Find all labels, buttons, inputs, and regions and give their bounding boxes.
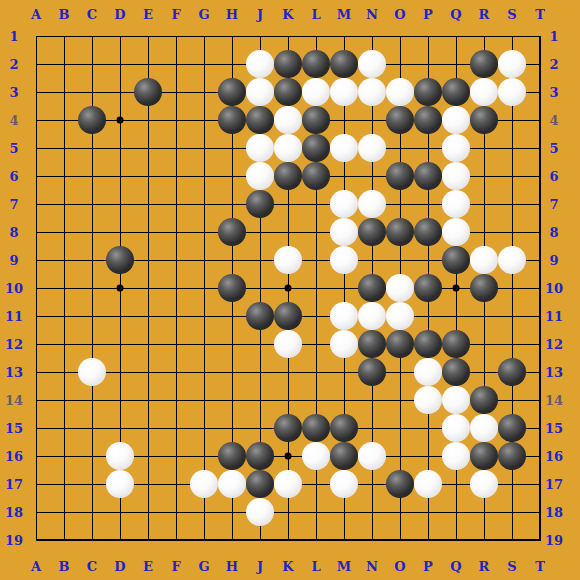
white-stone-P13 [414,358,442,386]
row-label-left-4: 4 [9,114,18,127]
row-label-right-9: 9 [549,254,558,267]
row-label-left-7: 7 [9,198,18,211]
row-label-left-14: 14 [5,394,23,407]
white-stone-M8 [330,218,358,246]
black-stone-N8 [358,218,386,246]
black-stone-C4 [78,106,106,134]
black-stone-K15 [274,414,302,442]
row-label-left-2: 2 [9,58,18,71]
row-label-left-1: 1 [9,30,18,43]
black-stone-R16 [470,442,498,470]
star-point-K10 [285,285,292,292]
white-stone-N2 [358,50,386,78]
column-label-bottom-S: S [507,560,516,573]
row-label-right-19: 19 [545,534,563,547]
black-stone-S13 [498,358,526,386]
row-label-left-5: 5 [9,142,18,155]
white-stone-Q5 [442,134,470,162]
black-stone-E3 [134,78,162,106]
white-stone-D16 [106,442,134,470]
black-stone-O6 [386,162,414,190]
row-label-right-11: 11 [545,310,563,323]
column-label-bottom-D: D [114,560,125,573]
white-stone-N11 [358,302,386,330]
row-label-right-18: 18 [545,506,563,519]
column-label-top-M: M [337,8,351,21]
column-label-top-H: H [226,8,238,21]
black-stone-P8 [414,218,442,246]
row-label-left-19: 19 [5,534,23,547]
row-label-left-13: 13 [5,366,23,379]
black-stone-L4 [302,106,330,134]
column-label-bottom-E: E [143,560,153,573]
column-label-top-L: L [311,8,320,21]
white-stone-C13 [78,358,106,386]
column-label-top-N: N [366,8,378,21]
black-stone-L5 [302,134,330,162]
white-stone-R9 [470,246,498,274]
column-label-bottom-L: L [311,560,320,573]
black-stone-O12 [386,330,414,358]
black-stone-P6 [414,162,442,190]
white-stone-P14 [414,386,442,414]
black-stone-O4 [386,106,414,134]
black-stone-H10 [218,274,246,302]
white-stone-M7 [330,190,358,218]
white-stone-J2 [246,50,274,78]
white-stone-O3 [386,78,414,106]
row-label-left-10: 10 [5,282,23,295]
column-label-bottom-O: O [394,560,405,573]
white-stone-K5 [274,134,302,162]
row-label-left-15: 15 [5,422,23,435]
row-label-left-3: 3 [9,86,18,99]
white-stone-P17 [414,470,442,498]
white-stone-Q14 [442,386,470,414]
white-stone-M12 [330,330,358,358]
column-label-top-A: A [31,8,41,21]
black-stone-J7 [246,190,274,218]
black-stone-D9 [106,246,134,274]
white-stone-J3 [246,78,274,106]
black-stone-K11 [274,302,302,330]
column-label-bottom-G: G [198,560,209,573]
white-stone-D17 [106,470,134,498]
black-stone-H16 [218,442,246,470]
row-label-left-11: 11 [5,310,23,323]
black-stone-R4 [470,106,498,134]
column-label-bottom-C: C [87,560,97,573]
row-label-right-4: 4 [549,114,558,127]
row-label-right-1: 1 [549,30,558,43]
white-stone-R17 [470,470,498,498]
white-stone-Q15 [442,414,470,442]
black-stone-P3 [414,78,442,106]
row-label-right-7: 7 [549,198,558,211]
column-label-top-G: G [198,8,209,21]
white-stone-O11 [386,302,414,330]
black-stone-H8 [218,218,246,246]
row-label-right-6: 6 [549,170,558,183]
row-label-left-18: 18 [5,506,23,519]
star-point-D10 [117,285,124,292]
row-label-right-2: 2 [549,58,558,71]
row-label-left-12: 12 [5,338,23,351]
row-label-right-8: 8 [549,226,558,239]
black-stone-N10 [358,274,386,302]
white-stone-J18 [246,498,274,526]
black-stone-Q13 [442,358,470,386]
row-label-right-14: 14 [545,394,563,407]
white-stone-J6 [246,162,274,190]
black-stone-J4 [246,106,274,134]
white-stone-Q7 [442,190,470,218]
white-stone-S3 [498,78,526,106]
column-label-top-T: T [535,8,545,21]
black-stone-P10 [414,274,442,302]
column-label-bottom-T: T [535,560,545,573]
column-label-top-O: O [394,8,405,21]
column-label-bottom-M: M [337,560,351,573]
column-label-bottom-B: B [59,560,70,573]
white-stone-O10 [386,274,414,302]
white-stone-N16 [358,442,386,470]
white-stone-R15 [470,414,498,442]
white-stone-N7 [358,190,386,218]
black-stone-L6 [302,162,330,190]
column-label-top-J: J [257,8,263,21]
black-stone-Q12 [442,330,470,358]
black-stone-O8 [386,218,414,246]
white-stone-K4 [274,106,302,134]
black-stone-K2 [274,50,302,78]
white-stone-L16 [302,442,330,470]
column-label-bottom-K: K [282,560,293,573]
white-stone-N3 [358,78,386,106]
black-stone-H4 [218,106,246,134]
black-stone-M2 [330,50,358,78]
column-label-bottom-R: R [479,560,490,573]
column-label-top-D: D [114,8,125,21]
white-stone-Q4 [442,106,470,134]
black-stone-Q3 [442,78,470,106]
star-point-D4 [117,117,124,124]
white-stone-S9 [498,246,526,274]
black-stone-L15 [302,414,330,442]
black-stone-S16 [498,442,526,470]
black-stone-K3 [274,78,302,106]
black-stone-P4 [414,106,442,134]
black-stone-S15 [498,414,526,442]
black-stone-R14 [470,386,498,414]
black-stone-L2 [302,50,330,78]
white-stone-M3 [330,78,358,106]
white-stone-H17 [218,470,246,498]
black-stone-H3 [218,78,246,106]
row-label-right-5: 5 [549,142,558,155]
row-label-right-10: 10 [545,282,563,295]
row-label-left-17: 17 [5,478,23,491]
row-label-left-16: 16 [5,450,23,463]
column-label-top-S: S [507,8,516,21]
column-label-top-Q: Q [450,8,461,21]
column-label-top-R: R [479,8,490,21]
column-label-bottom-F: F [171,560,180,573]
black-stone-J17 [246,470,274,498]
row-label-right-17: 17 [545,478,563,491]
black-stone-N12 [358,330,386,358]
column-label-top-E: E [143,8,153,21]
row-label-left-8: 8 [9,226,18,239]
column-label-top-F: F [171,8,180,21]
black-stone-J16 [246,442,274,470]
white-stone-J5 [246,134,274,162]
white-stone-M5 [330,134,358,162]
white-stone-M17 [330,470,358,498]
row-label-left-6: 6 [9,170,18,183]
star-point-K16 [285,453,292,460]
white-stone-K17 [274,470,302,498]
column-label-bottom-N: N [366,560,378,573]
row-label-left-9: 9 [9,254,18,267]
white-stone-Q6 [442,162,470,190]
white-stone-Q8 [442,218,470,246]
white-stone-M11 [330,302,358,330]
white-stone-L3 [302,78,330,106]
white-stone-G17 [190,470,218,498]
row-label-right-12: 12 [545,338,563,351]
column-label-top-K: K [282,8,293,21]
black-stone-Q9 [442,246,470,274]
column-label-bottom-Q: Q [450,560,461,573]
white-stone-S2 [498,50,526,78]
black-stone-J11 [246,302,274,330]
column-label-bottom-P: P [423,560,433,573]
white-stone-Q16 [442,442,470,470]
column-label-bottom-H: H [226,560,238,573]
white-stone-K9 [274,246,302,274]
column-label-top-C: C [87,8,97,21]
row-label-right-3: 3 [549,86,558,99]
go-board[interactable]: AABBCCDDEEFFGGHHJJKKLLMMNNOOPPQQRRSSTT11… [0,0,580,580]
row-label-right-13: 13 [545,366,563,379]
row-label-right-15: 15 [545,422,563,435]
black-stone-R2 [470,50,498,78]
column-label-top-B: B [59,8,70,21]
white-stone-R3 [470,78,498,106]
black-stone-K6 [274,162,302,190]
black-stone-N13 [358,358,386,386]
black-stone-O17 [386,470,414,498]
white-stone-K12 [274,330,302,358]
column-label-bottom-A: A [31,560,41,573]
column-label-bottom-J: J [257,560,263,573]
black-stone-M15 [330,414,358,442]
black-stone-P12 [414,330,442,358]
black-stone-R10 [470,274,498,302]
column-label-top-P: P [423,8,433,21]
black-stone-M16 [330,442,358,470]
star-point-Q10 [453,285,460,292]
white-stone-N5 [358,134,386,162]
white-stone-M9 [330,246,358,274]
row-label-right-16: 16 [545,450,563,463]
